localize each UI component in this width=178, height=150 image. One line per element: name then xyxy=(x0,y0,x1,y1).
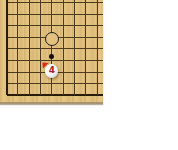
board-cell[interactable] xyxy=(24,66,35,78)
board-cell[interactable] xyxy=(80,8,91,20)
board-cell[interactable] xyxy=(24,20,35,32)
go-board[interactable]: 4 xyxy=(0,0,103,104)
board-cell[interactable] xyxy=(24,0,35,8)
board-cell[interactable] xyxy=(69,78,80,90)
board-cell[interactable] xyxy=(46,89,57,101)
board-grid xyxy=(1,0,103,101)
board-cell[interactable] xyxy=(12,66,23,78)
board-cell[interactable] xyxy=(46,8,57,20)
board-cell[interactable] xyxy=(35,0,46,8)
board-cell[interactable] xyxy=(92,89,103,101)
board-cell[interactable] xyxy=(92,20,103,32)
board-cell[interactable] xyxy=(58,43,69,55)
board-cell[interactable] xyxy=(35,20,46,32)
board-cell[interactable] xyxy=(80,66,91,78)
board-cell[interactable] xyxy=(46,20,57,32)
board-cell[interactable] xyxy=(24,89,35,101)
board-cell[interactable] xyxy=(92,31,103,43)
board-cell[interactable] xyxy=(80,55,91,67)
board-cell[interactable] xyxy=(58,31,69,43)
board-cell[interactable] xyxy=(46,78,57,90)
board-cell[interactable] xyxy=(80,89,91,101)
board-cell[interactable] xyxy=(69,89,80,101)
board-cell[interactable] xyxy=(1,20,12,32)
board-cell[interactable] xyxy=(12,31,23,43)
board-cell[interactable] xyxy=(24,55,35,67)
board-cell[interactable] xyxy=(69,20,80,32)
board-cell[interactable] xyxy=(24,31,35,43)
board-cell[interactable] xyxy=(80,31,91,43)
board-cell[interactable] xyxy=(35,78,46,90)
board-cell[interactable] xyxy=(35,89,46,101)
board-cell[interactable] xyxy=(58,66,69,78)
board-cell[interactable] xyxy=(69,66,80,78)
board-cell[interactable] xyxy=(58,8,69,20)
board-cell[interactable] xyxy=(92,43,103,55)
board-cell[interactable] xyxy=(92,8,103,20)
board-cell[interactable] xyxy=(92,78,103,90)
board-cell[interactable] xyxy=(24,78,35,90)
board-cell[interactable] xyxy=(24,8,35,20)
board-cell[interactable] xyxy=(35,8,46,20)
board-cell[interactable] xyxy=(12,0,23,8)
board-cell[interactable] xyxy=(1,43,12,55)
board-cell[interactable] xyxy=(58,0,69,8)
board-cell[interactable] xyxy=(1,8,12,20)
stone-move-number: 4 xyxy=(49,66,55,75)
white-stone-move-4: 4 xyxy=(45,64,58,77)
board-cell[interactable] xyxy=(12,43,23,55)
board-cell[interactable] xyxy=(69,43,80,55)
board-cell[interactable] xyxy=(58,20,69,32)
board-cell[interactable] xyxy=(12,8,23,20)
board-cell[interactable] xyxy=(58,55,69,67)
board-cell[interactable] xyxy=(58,89,69,101)
board-cell[interactable] xyxy=(46,0,57,8)
screenshot-canvas: 4 xyxy=(0,0,178,150)
board-cell[interactable] xyxy=(80,0,91,8)
board-cell[interactable] xyxy=(12,20,23,32)
board-cell[interactable] xyxy=(69,31,80,43)
board-cell[interactable] xyxy=(1,31,12,43)
board-cell[interactable] xyxy=(35,43,46,55)
board-cell[interactable] xyxy=(69,0,80,8)
board-cell[interactable] xyxy=(92,0,103,8)
board-cell[interactable] xyxy=(58,78,69,90)
dot-marker xyxy=(49,54,54,59)
board-cell[interactable] xyxy=(1,0,12,8)
board-cell[interactable] xyxy=(1,89,12,101)
board-cell[interactable] xyxy=(1,66,12,78)
board-cell[interactable] xyxy=(12,55,23,67)
board-cell[interactable] xyxy=(69,55,80,67)
board-cell[interactable] xyxy=(80,78,91,90)
board-cell[interactable] xyxy=(80,43,91,55)
board-cell[interactable] xyxy=(12,89,23,101)
board-cell[interactable] xyxy=(1,55,12,67)
board-cell[interactable] xyxy=(12,78,23,90)
board-cell[interactable] xyxy=(24,43,35,55)
board-cell[interactable] xyxy=(92,55,103,67)
board-cell[interactable] xyxy=(92,66,103,78)
board-cell[interactable] xyxy=(69,8,80,20)
board-cell[interactable] xyxy=(80,20,91,32)
board-cell[interactable] xyxy=(1,78,12,90)
